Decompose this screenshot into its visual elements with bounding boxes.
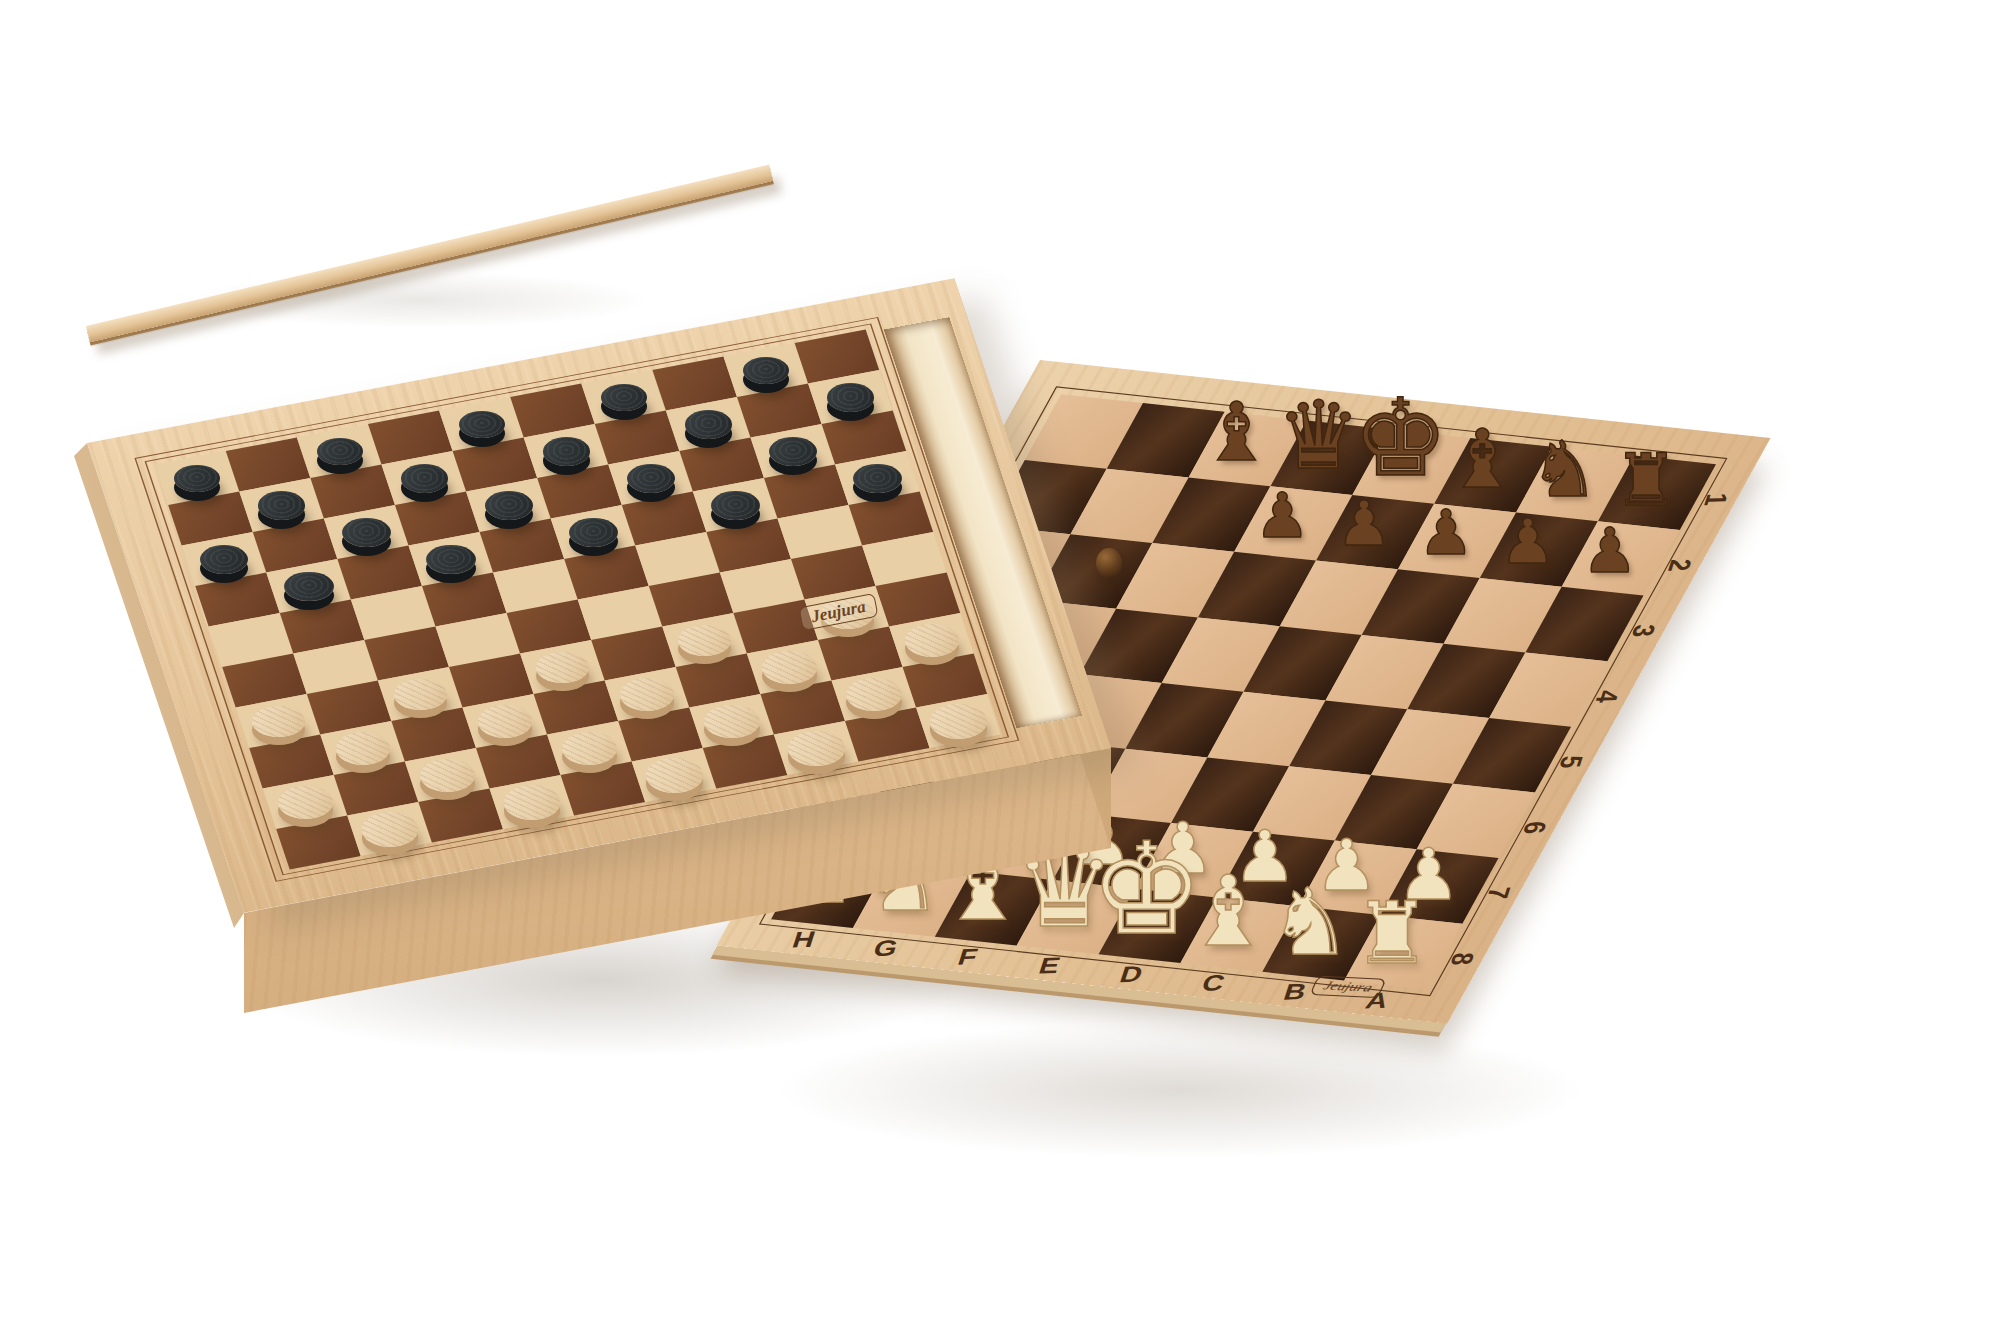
rank-label: 2 bbox=[1660, 558, 1699, 572]
rank-label: 4 bbox=[1587, 689, 1626, 703]
rank-label: 6 bbox=[1515, 820, 1554, 834]
rank-label: 1 bbox=[1696, 492, 1735, 506]
rank-label: 8 bbox=[1442, 952, 1481, 966]
rank-label: 7 bbox=[1479, 886, 1518, 900]
rank-label: 5 bbox=[1551, 755, 1590, 769]
brand-stamp-chessboard: Jeujura bbox=[1309, 975, 1386, 998]
product-photo-wooden-chess-checkers-set: HGFEDCBA7812345678 Jeujura ♝♛♚♝♞♜♟♟♟♟♟♟♟… bbox=[0, 0, 2000, 1328]
rank-label: 3 bbox=[1624, 623, 1663, 637]
sliding-lid-rail[interactable] bbox=[86, 165, 773, 343]
